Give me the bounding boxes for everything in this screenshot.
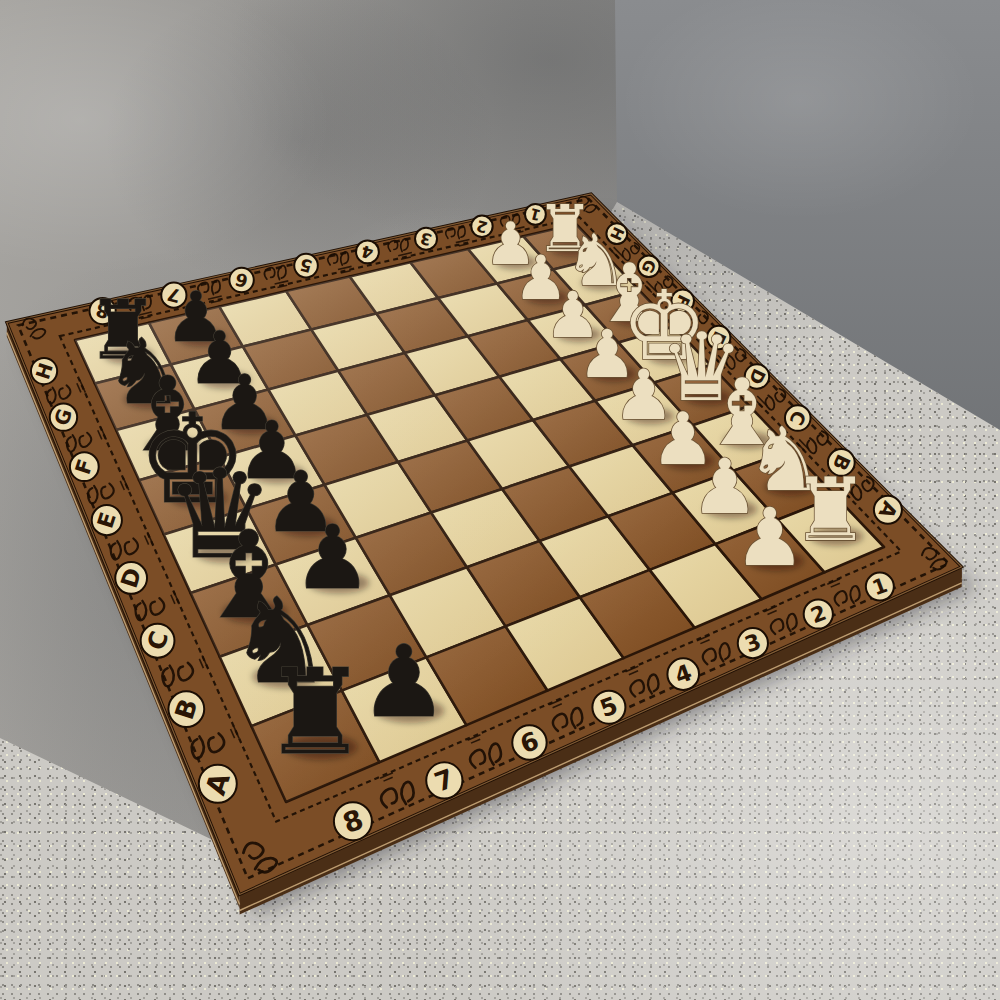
piece-black-rook-a8: ♜ bbox=[262, 644, 368, 781]
chessboard: HHGGFFEEDDCCBBAA8877665544332211♜♟♞♟♝♟♟♜… bbox=[0, 0, 1000, 1000]
piece-white-pawn-a2: ♟ bbox=[734, 491, 806, 584]
piece-glyph: ♟ bbox=[734, 491, 806, 584]
piece-black-pawn-a7: ♟ bbox=[359, 624, 448, 739]
piece-glyph: ♜ bbox=[262, 644, 368, 781]
piece-glyph: ♟ bbox=[359, 624, 448, 739]
scene: HHGGFFEEDDCCBBAA8877665544332211♜♟♞♟♝♟♟♜… bbox=[0, 0, 1000, 1000]
